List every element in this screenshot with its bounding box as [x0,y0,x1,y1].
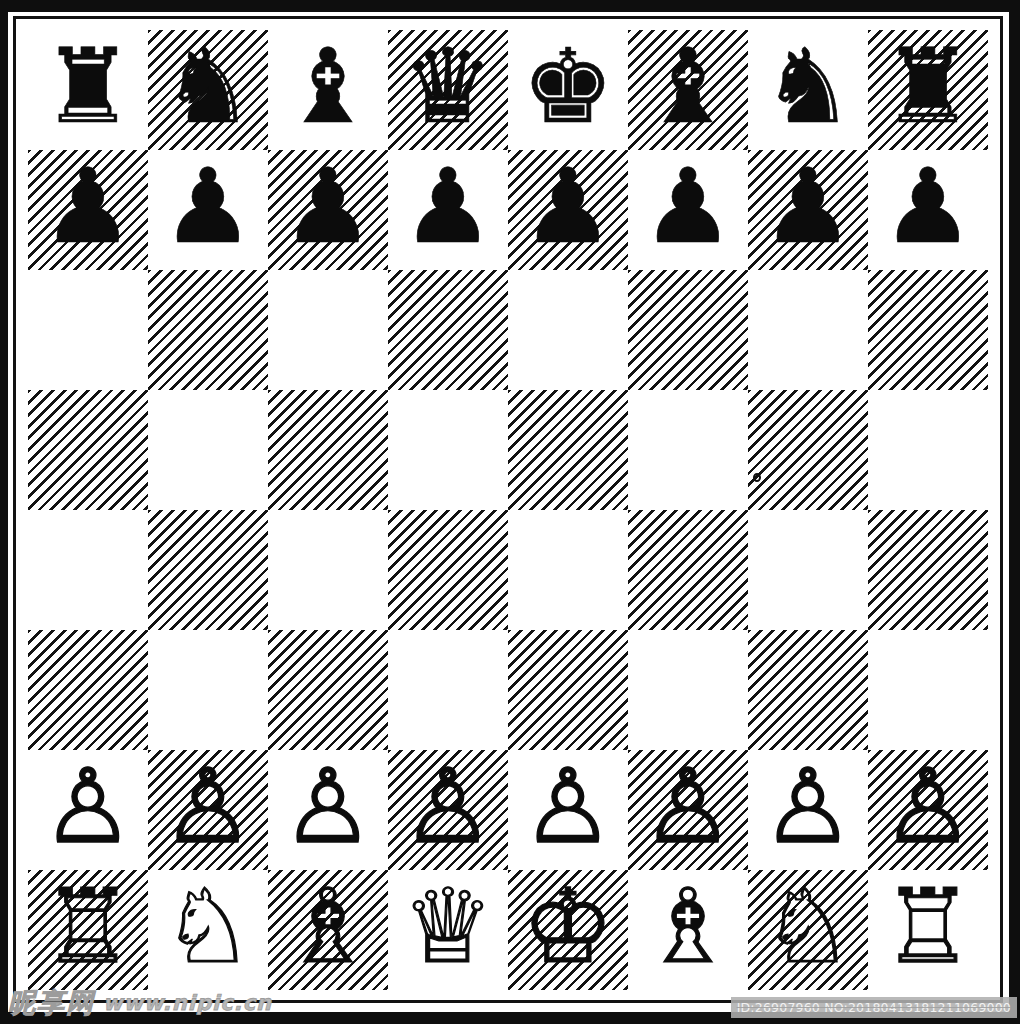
square-e4[interactable] [508,510,628,630]
id-watermark-text: ID:26907960 NO:20180413181211069000 [737,1000,1011,1015]
ink-speck [753,473,761,482]
piece-white-queen: ♕ [402,875,494,978]
square-e7[interactable]: ♟ [508,150,628,270]
square-a6[interactable] [28,270,148,390]
piece-black-rook: ♜ [882,35,974,138]
square-g2[interactable]: ♙ [748,750,868,870]
piece-white-bishop: ♗ [642,875,734,978]
piece-black-rook: ♜ [42,35,134,138]
square-a5[interactable] [28,390,148,510]
piece-black-queen: ♛ [402,35,494,138]
site-url-text: www.nipic.cn [103,991,272,1015]
square-d5[interactable] [388,390,508,510]
square-d1[interactable]: ♕ [388,870,508,990]
piece-white-king: ♔ [522,875,614,978]
site-watermark: 昵享网 www.nipic.cn [8,988,272,1018]
piece-black-pawn: ♟ [882,155,974,258]
piece-white-pawn: ♙ [162,755,254,858]
piece-black-pawn: ♟ [162,155,254,258]
square-d2[interactable]: ♙ [388,750,508,870]
piece-white-pawn: ♙ [402,755,494,858]
square-g8[interactable]: ♞ [748,30,868,150]
square-g4[interactable] [748,510,868,630]
piece-white-pawn: ♙ [762,755,854,858]
square-b4[interactable] [148,510,268,630]
piece-white-bishop: ♗ [282,875,374,978]
square-h3[interactable] [868,630,988,750]
square-f6[interactable] [628,270,748,390]
chess-diagram: ♜♞♝♛♚♝♞♜♟♟♟♟♟♟♟♟♙♙♙♙♙♙♙♙♖♘♗♕♔♗♘♖ 昵享网 www… [0,0,1020,1024]
square-a8[interactable]: ♜ [28,30,148,150]
square-h7[interactable]: ♟ [868,150,988,270]
square-c1[interactable]: ♗ [268,870,388,990]
piece-black-king: ♚ [522,35,614,138]
piece-black-pawn: ♟ [282,155,374,258]
square-b7[interactable]: ♟ [148,150,268,270]
square-f5[interactable] [628,390,748,510]
square-c8[interactable]: ♝ [268,30,388,150]
square-a3[interactable] [28,630,148,750]
piece-white-rook: ♖ [42,875,134,978]
square-g1[interactable]: ♘ [748,870,868,990]
piece-black-pawn: ♟ [42,155,134,258]
square-h6[interactable] [868,270,988,390]
square-g7[interactable]: ♟ [748,150,868,270]
piece-white-pawn: ♙ [282,755,374,858]
site-logo-text: 昵享网 [8,985,95,1021]
square-h1[interactable]: ♖ [868,870,988,990]
square-c3[interactable] [268,630,388,750]
square-b8[interactable]: ♞ [148,30,268,150]
square-b3[interactable] [148,630,268,750]
square-c6[interactable] [268,270,388,390]
square-d6[interactable] [388,270,508,390]
square-d8[interactable]: ♛ [388,30,508,150]
square-g3[interactable] [748,630,868,750]
square-b6[interactable] [148,270,268,390]
piece-white-pawn: ♙ [882,755,974,858]
piece-white-pawn: ♙ [522,755,614,858]
square-g5[interactable] [748,390,868,510]
square-f8[interactable]: ♝ [628,30,748,150]
piece-white-pawn: ♙ [642,755,734,858]
square-e3[interactable] [508,630,628,750]
square-a1[interactable]: ♖ [28,870,148,990]
square-a7[interactable]: ♟ [28,150,148,270]
piece-black-bishop: ♝ [282,35,374,138]
square-b5[interactable] [148,390,268,510]
square-e2[interactable]: ♙ [508,750,628,870]
square-g6[interactable] [748,270,868,390]
square-h8[interactable]: ♜ [868,30,988,150]
piece-black-pawn: ♟ [402,155,494,258]
piece-black-pawn: ♟ [762,155,854,258]
square-a4[interactable] [28,510,148,630]
square-d4[interactable] [388,510,508,630]
piece-black-pawn: ♟ [642,155,734,258]
square-h4[interactable] [868,510,988,630]
id-watermark: ID:26907960 NO:20180413181211069000 [731,997,1017,1018]
piece-white-pawn: ♙ [42,755,134,858]
piece-white-rook: ♖ [882,875,974,978]
square-d3[interactable] [388,630,508,750]
square-e6[interactable] [508,270,628,390]
square-c2[interactable]: ♙ [268,750,388,870]
square-f2[interactable]: ♙ [628,750,748,870]
piece-white-knight: ♘ [162,875,254,978]
square-c7[interactable]: ♟ [268,150,388,270]
square-h2[interactable]: ♙ [868,750,988,870]
piece-black-bishop: ♝ [642,35,734,138]
square-e5[interactable] [508,390,628,510]
square-b1[interactable]: ♘ [148,870,268,990]
piece-white-knight: ♘ [762,875,854,978]
square-a2[interactable]: ♙ [28,750,148,870]
square-c5[interactable] [268,390,388,510]
square-h5[interactable] [868,390,988,510]
chess-board: ♜♞♝♛♚♝♞♜♟♟♟♟♟♟♟♟♙♙♙♙♙♙♙♙♖♘♗♕♔♗♘♖ [28,30,988,990]
square-f1[interactable]: ♗ [628,870,748,990]
square-d7[interactable]: ♟ [388,150,508,270]
square-b2[interactable]: ♙ [148,750,268,870]
square-f7[interactable]: ♟ [628,150,748,270]
square-c4[interactable] [268,510,388,630]
square-f4[interactable] [628,510,748,630]
square-f3[interactable] [628,630,748,750]
piece-black-knight: ♞ [762,35,854,138]
square-e8[interactable]: ♚ [508,30,628,150]
piece-black-knight: ♞ [162,35,254,138]
piece-black-pawn: ♟ [522,155,614,258]
square-e1[interactable]: ♔ [508,870,628,990]
